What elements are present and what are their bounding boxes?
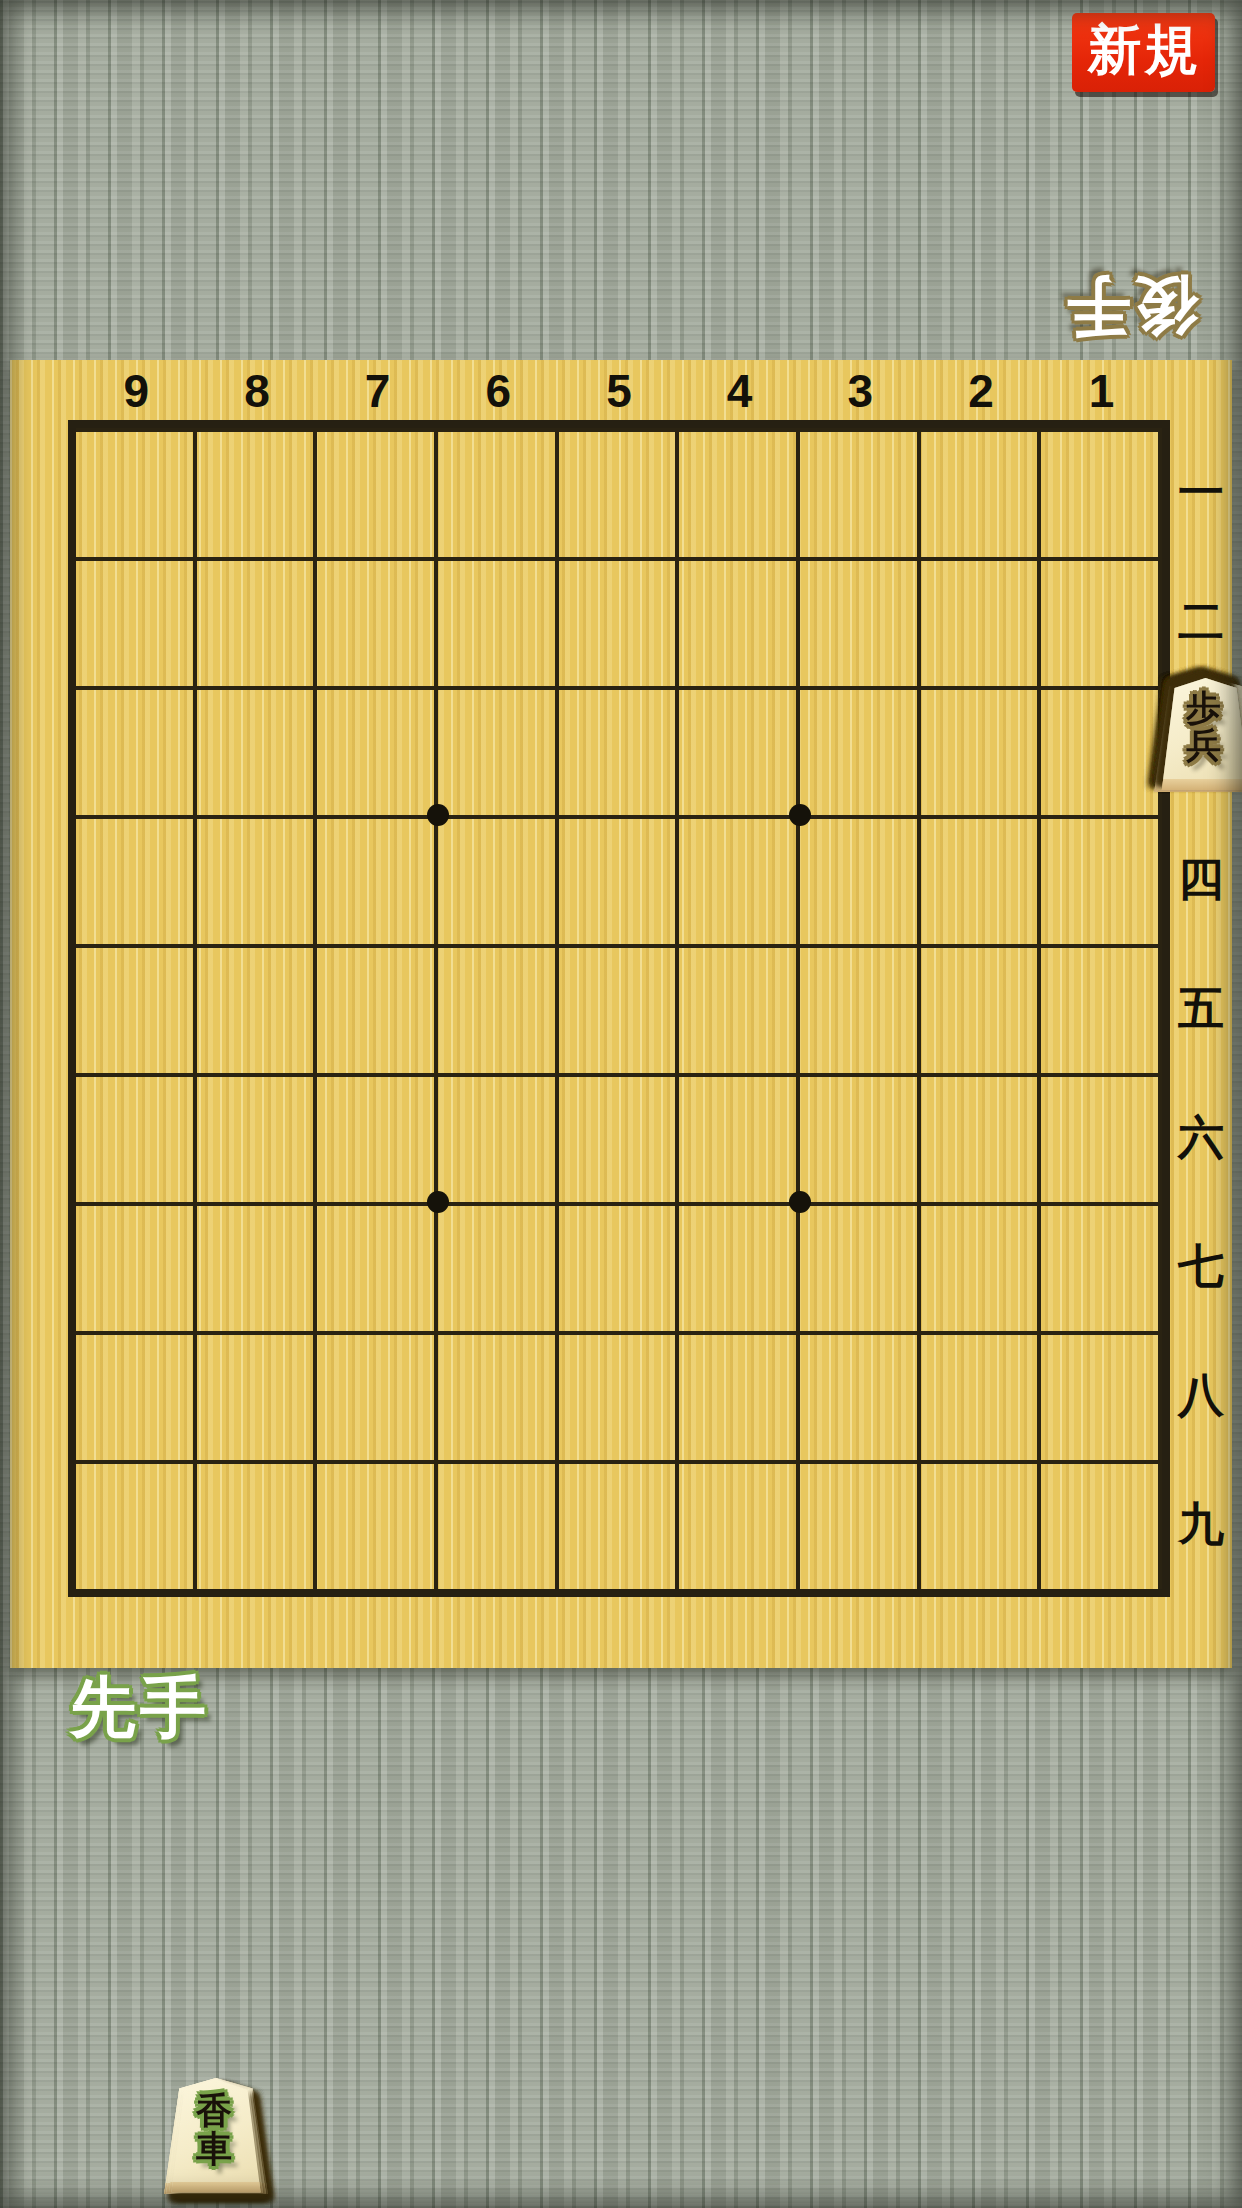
square-7-3[interactable]: 歩兵 (317, 686, 438, 815)
square-4-4[interactable] (679, 815, 800, 944)
rank-label-1: 一 (1170, 428, 1232, 557)
file-label-8: 8 (197, 364, 318, 418)
square-3-4[interactable] (800, 815, 921, 944)
square-6-1[interactable]: 金将 (438, 428, 559, 557)
shogi-board: 987654321 一二三四五六七八九 香車桂馬銀将金将王将金将銀将桂馬香車飛車… (10, 360, 1232, 1668)
square-2-8[interactable]: 飛車 (921, 1331, 1042, 1460)
square-7-5[interactable] (317, 944, 438, 1073)
square-6-5[interactable] (438, 944, 559, 1073)
square-6-3[interactable]: 歩兵 (438, 686, 559, 815)
square-2-6[interactable] (921, 1073, 1042, 1202)
file-label-6: 6 (438, 364, 559, 418)
square-7-2[interactable] (317, 557, 438, 686)
square-6-7[interactable]: 歩兵 (438, 1202, 559, 1331)
file-label-4: 4 (679, 364, 800, 418)
sente-player-label: 先手 (30, 1658, 250, 1758)
rank-labels: 一二三四五六七八九 (1170, 428, 1232, 1589)
square-3-6[interactable] (800, 1073, 921, 1202)
gote-player-label: 後手 (1030, 258, 1230, 354)
square-3-1[interactable]: 銀将 (800, 428, 921, 557)
square-5-9[interactable]: 玉将 (559, 1460, 680, 1589)
square-9-7[interactable]: 歩兵 (76, 1202, 197, 1331)
square-6-6[interactable] (438, 1073, 559, 1202)
square-5-3[interactable]: 歩兵 (559, 686, 680, 815)
square-1-9[interactable]: 香車 (1041, 1460, 1162, 1589)
square-3-7[interactable]: 歩兵 (800, 1202, 921, 1331)
square-8-6[interactable] (197, 1073, 318, 1202)
square-7-7[interactable]: 歩兵 (317, 1202, 438, 1331)
square-5-4[interactable] (559, 815, 680, 944)
square-2-5[interactable] (921, 944, 1042, 1073)
board-squares: 香車桂馬銀将金将王将金将銀将桂馬香車飛車角行歩兵歩兵歩兵歩兵歩兵歩兵歩兵歩兵歩兵… (76, 428, 1162, 1589)
square-6-4[interactable] (438, 815, 559, 944)
square-1-5[interactable] (1041, 944, 1162, 1073)
square-9-8[interactable] (76, 1331, 197, 1460)
piece-sente-香車[interactable]: 香車 (106, 2086, 326, 2186)
square-2-1[interactable]: 桂馬 (921, 428, 1042, 557)
file-label-5: 5 (559, 364, 680, 418)
square-5-7[interactable]: 歩兵 (559, 1202, 680, 1331)
square-6-8[interactable] (438, 1331, 559, 1460)
square-1-3[interactable]: 歩兵 (1041, 686, 1162, 815)
square-7-1[interactable]: 銀将 (317, 428, 438, 557)
square-4-7[interactable]: 歩兵 (679, 1202, 800, 1331)
square-3-2[interactable] (800, 557, 921, 686)
square-2-3[interactable]: 歩兵 (921, 686, 1042, 815)
square-4-9[interactable]: 金将 (679, 1460, 800, 1589)
square-4-3[interactable]: 歩兵 (679, 686, 800, 815)
square-6-9[interactable]: 金将 (438, 1460, 559, 1589)
square-1-4[interactable] (1041, 815, 1162, 944)
square-2-2[interactable]: 角行 (921, 557, 1042, 686)
rank-label-4: 四 (1170, 815, 1232, 944)
square-9-3[interactable]: 歩兵 (76, 686, 197, 815)
square-3-9[interactable]: 銀将 (800, 1460, 921, 1589)
square-9-2[interactable] (76, 557, 197, 686)
square-7-4[interactable] (317, 815, 438, 944)
square-5-1[interactable]: 王将 (559, 428, 680, 557)
square-8-7[interactable]: 歩兵 (197, 1202, 318, 1331)
square-4-2[interactable] (679, 557, 800, 686)
file-label-7: 7 (317, 364, 438, 418)
square-8-3[interactable]: 歩兵 (197, 686, 318, 815)
rank-label-2: 二 (1170, 557, 1232, 686)
square-8-5[interactable] (197, 944, 318, 1073)
square-4-8[interactable] (679, 1331, 800, 1460)
rank-label-6: 六 (1170, 1073, 1232, 1202)
square-8-8[interactable]: 角行 (197, 1331, 318, 1460)
square-2-7[interactable]: 歩兵 (921, 1202, 1042, 1331)
square-1-1[interactable]: 香車 (1041, 428, 1162, 557)
rank-label-7: 七 (1170, 1202, 1232, 1331)
square-9-6[interactable] (76, 1073, 197, 1202)
square-6-2[interactable] (438, 557, 559, 686)
square-3-3[interactable]: 歩兵 (800, 686, 921, 815)
square-7-9[interactable]: 銀将 (317, 1460, 438, 1589)
square-9-9[interactable]: 香車 (76, 1460, 197, 1589)
square-5-2[interactable] (559, 557, 680, 686)
square-8-9[interactable]: 桂馬 (197, 1460, 318, 1589)
square-8-4[interactable] (197, 815, 318, 944)
square-9-1[interactable]: 香車 (76, 428, 197, 557)
file-label-3: 3 (800, 364, 921, 418)
square-2-4[interactable] (921, 815, 1042, 944)
rank-label-9: 九 (1170, 1460, 1232, 1589)
rank-label-8: 八 (1170, 1331, 1232, 1460)
file-label-1: 1 (1041, 364, 1162, 418)
file-label-9: 9 (76, 364, 197, 418)
square-1-7[interactable]: 歩兵 (1041, 1202, 1162, 1331)
file-labels: 987654321 (76, 364, 1162, 416)
square-5-6[interactable] (559, 1073, 680, 1202)
square-8-1[interactable]: 桂馬 (197, 428, 318, 557)
square-8-2[interactable]: 飛車 (197, 557, 318, 686)
square-7-8[interactable] (317, 1331, 438, 1460)
app-screen: 新規 後手 987654321 一二三四五六七八九 香車桂馬銀将金将王将金将銀将… (0, 0, 1242, 2208)
rank-label-5: 五 (1170, 944, 1232, 1073)
new-game-button[interactable]: 新規 (1072, 13, 1215, 92)
square-5-8[interactable] (559, 1331, 680, 1460)
square-3-8[interactable] (800, 1331, 921, 1460)
square-9-4[interactable] (76, 815, 197, 944)
square-1-6[interactable] (1041, 1073, 1162, 1202)
piece-gote-歩兵[interactable]: 歩兵 (1106, 686, 1242, 782)
square-4-1[interactable]: 金将 (679, 428, 800, 557)
square-5-5[interactable] (559, 944, 680, 1073)
square-1-8[interactable] (1041, 1331, 1162, 1460)
square-9-5[interactable] (76, 944, 197, 1073)
square-4-5[interactable] (679, 944, 800, 1073)
square-2-9[interactable]: 桂馬 (921, 1460, 1042, 1589)
square-7-6[interactable] (317, 1073, 438, 1202)
file-label-2: 2 (921, 364, 1042, 418)
square-3-5[interactable] (800, 944, 921, 1073)
square-1-2[interactable] (1041, 557, 1162, 686)
square-4-6[interactable] (679, 1073, 800, 1202)
